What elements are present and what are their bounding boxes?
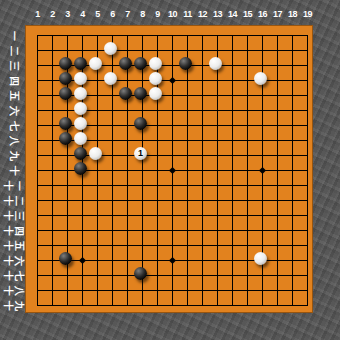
intersection-11-1[interactable] <box>180 28 195 43</box>
intersection-13-10[interactable] <box>210 163 225 178</box>
intersection-8-19[interactable] <box>135 298 150 313</box>
intersection-1-10[interactable] <box>30 163 45 178</box>
intersection-19-5[interactable] <box>300 88 315 103</box>
intersection-10-2[interactable] <box>165 43 180 58</box>
intersection-5-7[interactable] <box>90 118 105 133</box>
intersection-1-11[interactable] <box>30 178 45 193</box>
intersection-1-1[interactable] <box>30 28 45 43</box>
intersection-5-10[interactable] <box>90 163 105 178</box>
intersection-19-13[interactable] <box>300 208 315 223</box>
intersection-9-12[interactable] <box>150 193 165 208</box>
intersection-12-15[interactable] <box>195 238 210 253</box>
intersection-1-4[interactable] <box>30 73 45 88</box>
intersection-12-4[interactable] <box>195 73 210 88</box>
intersection-8-14[interactable] <box>135 223 150 238</box>
intersection-15-2[interactable] <box>240 43 255 58</box>
intersection-8-10[interactable] <box>135 163 150 178</box>
intersection-13-2[interactable] <box>210 43 225 58</box>
intersection-13-19[interactable] <box>210 298 225 313</box>
intersection-2-8[interactable] <box>45 133 60 148</box>
intersection-12-8[interactable] <box>195 133 210 148</box>
intersection-18-1[interactable] <box>285 28 300 43</box>
intersection-8-15[interactable] <box>135 238 150 253</box>
intersection-17-1[interactable] <box>270 28 285 43</box>
intersection-3-18[interactable] <box>60 283 75 298</box>
intersection-9-15[interactable] <box>150 238 165 253</box>
intersection-2-2[interactable] <box>45 43 60 58</box>
intersection-9-5[interactable] <box>150 88 165 103</box>
intersection-13-11[interactable] <box>210 178 225 193</box>
intersection-6-19[interactable] <box>105 298 120 313</box>
intersection-17-4[interactable] <box>270 73 285 88</box>
intersection-14-8[interactable] <box>225 133 240 148</box>
intersection-9-9[interactable] <box>150 148 165 163</box>
intersection-8-4[interactable] <box>135 73 150 88</box>
intersection-5-12[interactable] <box>90 193 105 208</box>
intersection-16-2[interactable] <box>255 43 270 58</box>
intersection-9-1[interactable] <box>150 28 165 43</box>
intersection-16-17[interactable] <box>255 268 270 283</box>
intersection-7-18[interactable] <box>120 283 135 298</box>
intersection-2-19[interactable] <box>45 298 60 313</box>
intersection-3-9[interactable] <box>60 148 75 163</box>
intersection-16-7[interactable] <box>255 118 270 133</box>
intersection-6-1[interactable] <box>105 28 120 43</box>
intersection-15-14[interactable] <box>240 223 255 238</box>
intersection-13-6[interactable] <box>210 103 225 118</box>
intersection-1-6[interactable] <box>30 103 45 118</box>
intersection-16-10[interactable] <box>255 163 270 178</box>
intersection-5-13[interactable] <box>90 208 105 223</box>
intersection-4-19[interactable] <box>75 298 90 313</box>
intersection-16-14[interactable] <box>255 223 270 238</box>
intersection-13-1[interactable] <box>210 28 225 43</box>
intersection-5-3[interactable] <box>90 58 105 73</box>
intersection-17-9[interactable] <box>270 148 285 163</box>
intersection-19-18[interactable] <box>300 283 315 298</box>
intersection-7-19[interactable] <box>120 298 135 313</box>
intersection-7-14[interactable] <box>120 223 135 238</box>
intersection-6-14[interactable] <box>105 223 120 238</box>
intersection-12-6[interactable] <box>195 103 210 118</box>
intersection-4-3[interactable] <box>75 58 90 73</box>
intersection-11-9[interactable] <box>180 148 195 163</box>
intersection-16-16[interactable] <box>255 253 270 268</box>
intersection-19-1[interactable] <box>300 28 315 43</box>
intersection-12-14[interactable] <box>195 223 210 238</box>
intersection-18-18[interactable] <box>285 283 300 298</box>
intersection-4-1[interactable] <box>75 28 90 43</box>
intersection-7-8[interactable] <box>120 133 135 148</box>
intersection-11-3[interactable] <box>180 58 195 73</box>
intersection-1-7[interactable] <box>30 118 45 133</box>
intersection-18-7[interactable] <box>285 118 300 133</box>
intersection-10-7[interactable] <box>165 118 180 133</box>
intersection-17-17[interactable] <box>270 268 285 283</box>
intersection-7-5[interactable] <box>120 88 135 103</box>
intersection-17-2[interactable] <box>270 43 285 58</box>
intersection-4-5[interactable] <box>75 88 90 103</box>
intersection-8-2[interactable] <box>135 43 150 58</box>
intersection-11-7[interactable] <box>180 118 195 133</box>
intersection-6-6[interactable] <box>105 103 120 118</box>
intersection-3-8[interactable] <box>60 133 75 148</box>
intersection-17-15[interactable] <box>270 238 285 253</box>
intersection-6-10[interactable] <box>105 163 120 178</box>
intersection-7-4[interactable] <box>120 73 135 88</box>
intersection-5-8[interactable] <box>90 133 105 148</box>
intersection-14-5[interactable] <box>225 88 240 103</box>
intersection-19-7[interactable] <box>300 118 315 133</box>
intersection-10-5[interactable] <box>165 88 180 103</box>
intersection-11-5[interactable] <box>180 88 195 103</box>
intersection-10-14[interactable] <box>165 223 180 238</box>
intersection-5-1[interactable] <box>90 28 105 43</box>
intersection-19-14[interactable] <box>300 223 315 238</box>
intersection-10-1[interactable] <box>165 28 180 43</box>
intersection-4-8[interactable] <box>75 133 90 148</box>
intersection-14-19[interactable] <box>225 298 240 313</box>
intersection-1-16[interactable] <box>30 253 45 268</box>
intersection-19-9[interactable] <box>300 148 315 163</box>
intersection-7-13[interactable] <box>120 208 135 223</box>
intersection-14-7[interactable] <box>225 118 240 133</box>
intersection-17-13[interactable] <box>270 208 285 223</box>
intersection-17-11[interactable] <box>270 178 285 193</box>
intersection-3-3[interactable] <box>60 58 75 73</box>
intersection-18-17[interactable] <box>285 268 300 283</box>
intersection-10-15[interactable] <box>165 238 180 253</box>
intersection-9-16[interactable] <box>150 253 165 268</box>
intersection-10-4[interactable] <box>165 73 180 88</box>
intersection-18-9[interactable] <box>285 148 300 163</box>
intersection-7-12[interactable] <box>120 193 135 208</box>
intersection-4-16[interactable] <box>75 253 90 268</box>
intersection-2-16[interactable] <box>45 253 60 268</box>
intersection-19-3[interactable] <box>300 58 315 73</box>
intersection-10-11[interactable] <box>165 178 180 193</box>
intersection-13-5[interactable] <box>210 88 225 103</box>
intersection-17-7[interactable] <box>270 118 285 133</box>
intersection-11-4[interactable] <box>180 73 195 88</box>
intersection-9-7[interactable] <box>150 118 165 133</box>
intersection-3-13[interactable] <box>60 208 75 223</box>
intersection-9-4[interactable] <box>150 73 165 88</box>
intersection-12-10[interactable] <box>195 163 210 178</box>
intersection-14-9[interactable] <box>225 148 240 163</box>
intersection-9-6[interactable] <box>150 103 165 118</box>
intersection-4-14[interactable] <box>75 223 90 238</box>
intersection-3-14[interactable] <box>60 223 75 238</box>
intersection-12-3[interactable] <box>195 58 210 73</box>
intersection-7-9[interactable] <box>120 148 135 163</box>
intersection-11-13[interactable] <box>180 208 195 223</box>
intersection-6-7[interactable] <box>105 118 120 133</box>
intersection-8-1[interactable] <box>135 28 150 43</box>
intersection-5-15[interactable] <box>90 238 105 253</box>
intersection-15-1[interactable] <box>240 28 255 43</box>
intersection-11-2[interactable] <box>180 43 195 58</box>
intersection-18-5[interactable] <box>285 88 300 103</box>
intersection-6-17[interactable] <box>105 268 120 283</box>
intersection-8-9[interactable]: 1 <box>135 148 150 163</box>
intersection-16-13[interactable] <box>255 208 270 223</box>
intersection-6-12[interactable] <box>105 193 120 208</box>
intersection-4-17[interactable] <box>75 268 90 283</box>
intersection-15-5[interactable] <box>240 88 255 103</box>
intersection-16-15[interactable] <box>255 238 270 253</box>
intersection-12-11[interactable] <box>195 178 210 193</box>
intersection-17-14[interactable] <box>270 223 285 238</box>
intersection-12-9[interactable] <box>195 148 210 163</box>
intersection-10-6[interactable] <box>165 103 180 118</box>
intersection-3-12[interactable] <box>60 193 75 208</box>
intersection-15-15[interactable] <box>240 238 255 253</box>
intersection-17-16[interactable] <box>270 253 285 268</box>
intersection-12-13[interactable] <box>195 208 210 223</box>
intersection-8-18[interactable] <box>135 283 150 298</box>
intersection-10-3[interactable] <box>165 58 180 73</box>
intersection-7-3[interactable] <box>120 58 135 73</box>
intersection-16-19[interactable] <box>255 298 270 313</box>
intersection-4-9[interactable] <box>75 148 90 163</box>
intersection-15-17[interactable] <box>240 268 255 283</box>
intersection-8-3[interactable] <box>135 58 150 73</box>
intersection-10-13[interactable] <box>165 208 180 223</box>
intersection-2-5[interactable] <box>45 88 60 103</box>
intersection-4-18[interactable] <box>75 283 90 298</box>
intersection-4-12[interactable] <box>75 193 90 208</box>
intersection-18-13[interactable] <box>285 208 300 223</box>
intersection-14-12[interactable] <box>225 193 240 208</box>
intersection-4-2[interactable] <box>75 43 90 58</box>
intersection-12-2[interactable] <box>195 43 210 58</box>
intersection-7-16[interactable] <box>120 253 135 268</box>
intersection-16-11[interactable] <box>255 178 270 193</box>
intersection-12-12[interactable] <box>195 193 210 208</box>
intersection-5-19[interactable] <box>90 298 105 313</box>
intersection-13-18[interactable] <box>210 283 225 298</box>
intersection-9-14[interactable] <box>150 223 165 238</box>
intersection-3-15[interactable] <box>60 238 75 253</box>
intersection-18-19[interactable] <box>285 298 300 313</box>
intersection-10-19[interactable] <box>165 298 180 313</box>
intersection-8-6[interactable] <box>135 103 150 118</box>
intersection-8-5[interactable] <box>135 88 150 103</box>
intersection-3-17[interactable] <box>60 268 75 283</box>
intersection-11-19[interactable] <box>180 298 195 313</box>
intersection-19-8[interactable] <box>300 133 315 148</box>
intersection-14-17[interactable] <box>225 268 240 283</box>
intersection-14-15[interactable] <box>225 238 240 253</box>
intersection-19-11[interactable] <box>300 178 315 193</box>
intersection-15-3[interactable] <box>240 58 255 73</box>
intersection-9-13[interactable] <box>150 208 165 223</box>
intersection-11-15[interactable] <box>180 238 195 253</box>
intersection-11-6[interactable] <box>180 103 195 118</box>
intersection-15-11[interactable] <box>240 178 255 193</box>
intersection-12-7[interactable] <box>195 118 210 133</box>
intersection-10-18[interactable] <box>165 283 180 298</box>
intersection-3-5[interactable] <box>60 88 75 103</box>
intersection-12-19[interactable] <box>195 298 210 313</box>
intersection-2-11[interactable] <box>45 178 60 193</box>
intersection-3-10[interactable] <box>60 163 75 178</box>
intersection-19-10[interactable] <box>300 163 315 178</box>
intersection-7-11[interactable] <box>120 178 135 193</box>
intersection-14-14[interactable] <box>225 223 240 238</box>
intersection-8-8[interactable] <box>135 133 150 148</box>
intersection-13-14[interactable] <box>210 223 225 238</box>
intersection-15-16[interactable] <box>240 253 255 268</box>
intersection-9-10[interactable] <box>150 163 165 178</box>
intersection-14-2[interactable] <box>225 43 240 58</box>
intersection-19-4[interactable] <box>300 73 315 88</box>
intersection-4-10[interactable] <box>75 163 90 178</box>
intersection-4-11[interactable] <box>75 178 90 193</box>
intersection-13-3[interactable] <box>210 58 225 73</box>
intersection-14-13[interactable] <box>225 208 240 223</box>
intersection-18-12[interactable] <box>285 193 300 208</box>
intersection-18-10[interactable] <box>285 163 300 178</box>
intersection-6-15[interactable] <box>105 238 120 253</box>
intersection-19-16[interactable] <box>300 253 315 268</box>
intersection-12-5[interactable] <box>195 88 210 103</box>
intersection-14-4[interactable] <box>225 73 240 88</box>
intersection-17-12[interactable] <box>270 193 285 208</box>
intersection-19-19[interactable] <box>300 298 315 313</box>
intersection-7-1[interactable] <box>120 28 135 43</box>
intersection-10-17[interactable] <box>165 268 180 283</box>
intersection-3-7[interactable] <box>60 118 75 133</box>
intersection-9-17[interactable] <box>150 268 165 283</box>
intersection-6-3[interactable] <box>105 58 120 73</box>
intersection-15-12[interactable] <box>240 193 255 208</box>
intersection-8-17[interactable] <box>135 268 150 283</box>
intersection-14-1[interactable] <box>225 28 240 43</box>
intersection-3-11[interactable] <box>60 178 75 193</box>
intersection-8-16[interactable] <box>135 253 150 268</box>
intersection-12-18[interactable] <box>195 283 210 298</box>
intersection-13-4[interactable] <box>210 73 225 88</box>
intersection-18-11[interactable] <box>285 178 300 193</box>
intersection-1-19[interactable] <box>30 298 45 313</box>
intersection-18-15[interactable] <box>285 238 300 253</box>
intersection-5-4[interactable] <box>90 73 105 88</box>
intersection-1-18[interactable] <box>30 283 45 298</box>
intersection-3-1[interactable] <box>60 28 75 43</box>
intersection-16-6[interactable] <box>255 103 270 118</box>
intersection-2-3[interactable] <box>45 58 60 73</box>
intersection-3-2[interactable] <box>60 43 75 58</box>
intersection-11-8[interactable] <box>180 133 195 148</box>
intersection-13-13[interactable] <box>210 208 225 223</box>
intersection-11-12[interactable] <box>180 193 195 208</box>
intersection-7-2[interactable] <box>120 43 135 58</box>
intersection-2-12[interactable] <box>45 193 60 208</box>
intersection-14-11[interactable] <box>225 178 240 193</box>
intersection-4-15[interactable] <box>75 238 90 253</box>
intersection-7-7[interactable] <box>120 118 135 133</box>
intersection-6-8[interactable] <box>105 133 120 148</box>
intersection-10-10[interactable] <box>165 163 180 178</box>
intersection-11-17[interactable] <box>180 268 195 283</box>
intersection-9-3[interactable] <box>150 58 165 73</box>
intersection-6-18[interactable] <box>105 283 120 298</box>
intersection-5-2[interactable] <box>90 43 105 58</box>
intersection-10-8[interactable] <box>165 133 180 148</box>
intersection-5-11[interactable] <box>90 178 105 193</box>
intersection-13-16[interactable] <box>210 253 225 268</box>
intersection-8-11[interactable] <box>135 178 150 193</box>
intersection-4-6[interactable] <box>75 103 90 118</box>
intersection-13-7[interactable] <box>210 118 225 133</box>
intersection-1-9[interactable] <box>30 148 45 163</box>
intersection-1-13[interactable] <box>30 208 45 223</box>
intersection-13-15[interactable] <box>210 238 225 253</box>
intersection-6-4[interactable] <box>105 73 120 88</box>
intersection-5-9[interactable] <box>90 148 105 163</box>
intersection-5-16[interactable] <box>90 253 105 268</box>
intersection-13-12[interactable] <box>210 193 225 208</box>
intersection-17-3[interactable] <box>270 58 285 73</box>
intersection-9-19[interactable] <box>150 298 165 313</box>
intersection-8-7[interactable] <box>135 118 150 133</box>
intersection-13-9[interactable] <box>210 148 225 163</box>
intersection-6-2[interactable] <box>105 43 120 58</box>
intersection-2-17[interactable] <box>45 268 60 283</box>
intersection-2-7[interactable] <box>45 118 60 133</box>
intersection-16-12[interactable] <box>255 193 270 208</box>
intersection-7-17[interactable] <box>120 268 135 283</box>
intersection-16-5[interactable] <box>255 88 270 103</box>
intersection-7-10[interactable] <box>120 163 135 178</box>
intersection-15-6[interactable] <box>240 103 255 118</box>
intersection-5-5[interactable] <box>90 88 105 103</box>
intersection-16-1[interactable] <box>255 28 270 43</box>
intersection-6-13[interactable] <box>105 208 120 223</box>
intersection-2-1[interactable] <box>45 28 60 43</box>
intersection-5-14[interactable] <box>90 223 105 238</box>
intersection-1-15[interactable] <box>30 238 45 253</box>
intersection-4-7[interactable] <box>75 118 90 133</box>
intersection-6-5[interactable] <box>105 88 120 103</box>
intersection-19-6[interactable] <box>300 103 315 118</box>
intersection-19-17[interactable] <box>300 268 315 283</box>
intersection-18-16[interactable] <box>285 253 300 268</box>
intersection-18-3[interactable] <box>285 58 300 73</box>
intersection-1-2[interactable] <box>30 43 45 58</box>
intersection-1-12[interactable] <box>30 193 45 208</box>
intersection-14-16[interactable] <box>225 253 240 268</box>
intersection-1-14[interactable] <box>30 223 45 238</box>
intersection-18-6[interactable] <box>285 103 300 118</box>
intersection-15-8[interactable] <box>240 133 255 148</box>
intersection-14-3[interactable] <box>225 58 240 73</box>
intersection-1-3[interactable] <box>30 58 45 73</box>
intersection-2-13[interactable] <box>45 208 60 223</box>
intersection-11-11[interactable] <box>180 178 195 193</box>
intersection-9-2[interactable] <box>150 43 165 58</box>
intersection-5-18[interactable] <box>90 283 105 298</box>
intersection-15-13[interactable] <box>240 208 255 223</box>
intersection-10-9[interactable] <box>165 148 180 163</box>
intersection-2-6[interactable] <box>45 103 60 118</box>
intersection-12-16[interactable] <box>195 253 210 268</box>
intersection-2-18[interactable] <box>45 283 60 298</box>
intersection-18-2[interactable] <box>285 43 300 58</box>
intersection-9-8[interactable] <box>150 133 165 148</box>
